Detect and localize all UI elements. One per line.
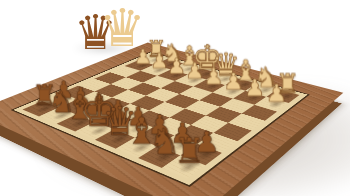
chess-set-photo: ♛ ♛ ♜♟♟♜♞♟♟♞♝♟♟♝♚♟♟♚♛♟♟♛♝♟♟♝♞♟♟♞♜♟♟♜: [0, 0, 350, 196]
white-pawn-b2: ♟: [244, 75, 265, 98]
white-pawn-a2: ♟: [265, 81, 287, 105]
square-b2: ♟: [233, 91, 266, 105]
square-a2: ♟: [255, 97, 289, 112]
white-pawn-f2: ♟: [167, 55, 186, 76]
white-pawn-e2: ♟: [185, 60, 205, 82]
square-d2: ♟: [193, 80, 225, 93]
extra-white-queen-icon: ♛: [99, 2, 146, 54]
white-pawn-d2: ♟: [203, 65, 223, 87]
black-rook-a8: ♜: [173, 134, 204, 169]
board-frame: ♜♟♟♜♞♟♟♞♝♟♟♝♚♟♟♚♛♟♟♛♝♟♟♝♞♟♟♞♜♟♟♜: [0, 43, 343, 196]
white-pawn-g2: ♟: [150, 50, 169, 71]
square-d4: [165, 94, 199, 109]
chess-board: ♜♟♟♜♞♟♟♞♝♟♟♝♚♟♟♚♛♟♟♛♝♟♟♝♞♟♟♞♜♟♟♜: [15, 0, 315, 196]
white-pawn-c2: ♟: [223, 70, 244, 93]
